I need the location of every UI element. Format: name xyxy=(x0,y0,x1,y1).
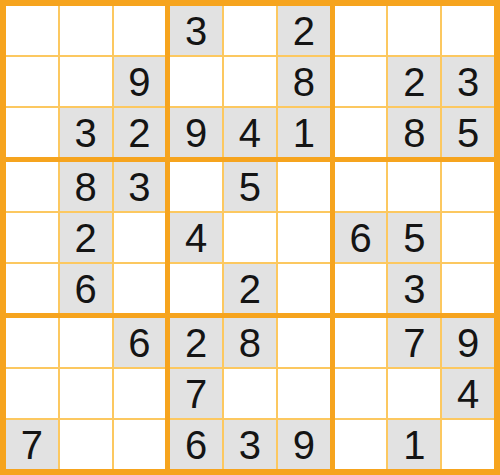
cell-r4c9-empty[interactable] xyxy=(442,162,494,211)
cell-r6c5-given[interactable]: 2 xyxy=(224,264,276,313)
cell-r6c8-given[interactable]: 3 xyxy=(388,264,440,313)
box-1: 932 xyxy=(6,6,165,157)
cell-r5c5-empty[interactable] xyxy=(224,213,276,262)
cell-r7c6-empty[interactable] xyxy=(278,318,330,367)
cell-r5c8-given[interactable]: 5 xyxy=(388,213,440,262)
cell-r7c7-empty[interactable] xyxy=(335,318,387,367)
cell-r1c5-empty[interactable] xyxy=(224,6,276,55)
cell-r8c6-empty[interactable] xyxy=(278,369,330,418)
cell-r4c2-given[interactable]: 8 xyxy=(60,162,112,211)
cell-r4c6-empty[interactable] xyxy=(278,162,330,211)
cell-r6c1-empty[interactable] xyxy=(6,264,58,313)
cell-r1c7-empty[interactable] xyxy=(335,6,387,55)
cell-r1c9-empty[interactable] xyxy=(442,6,494,55)
cell-r7c3-given[interactable]: 6 xyxy=(114,318,166,367)
cell-r9c4-given[interactable]: 6 xyxy=(170,420,222,469)
cell-r7c8-given[interactable]: 7 xyxy=(388,318,440,367)
cell-r2c4-empty[interactable] xyxy=(170,57,222,106)
cell-r5c7-given[interactable]: 6 xyxy=(335,213,387,262)
cell-r3c1-empty[interactable] xyxy=(6,108,58,157)
cell-r5c4-given[interactable]: 4 xyxy=(170,213,222,262)
cell-r7c4-given[interactable]: 2 xyxy=(170,318,222,367)
cell-r3c8-given[interactable]: 8 xyxy=(388,108,440,157)
box-9: 7941 xyxy=(335,318,494,469)
cell-r2c6-given[interactable]: 8 xyxy=(278,57,330,106)
cell-r7c9-given[interactable]: 9 xyxy=(442,318,494,367)
cell-r6c3-empty[interactable] xyxy=(114,264,166,313)
cell-r9c8-given[interactable]: 1 xyxy=(388,420,440,469)
cell-r9c1-given[interactable]: 7 xyxy=(6,420,58,469)
cell-r4c5-given[interactable]: 5 xyxy=(224,162,276,211)
cell-r7c5-given[interactable]: 8 xyxy=(224,318,276,367)
cell-r4c3-given[interactable]: 3 xyxy=(114,162,166,211)
cell-r3c4-given[interactable]: 9 xyxy=(170,108,222,157)
cell-r1c3-empty[interactable] xyxy=(114,6,166,55)
box-4: 8326 xyxy=(6,162,165,313)
cell-r4c7-empty[interactable] xyxy=(335,162,387,211)
cell-r8c3-empty[interactable] xyxy=(114,369,166,418)
cell-r4c1-empty[interactable] xyxy=(6,162,58,211)
cell-r6c4-empty[interactable] xyxy=(170,264,222,313)
cell-r5c6-empty[interactable] xyxy=(278,213,330,262)
cell-r1c2-empty[interactable] xyxy=(60,6,112,55)
cell-r3c5-given[interactable]: 4 xyxy=(224,108,276,157)
cell-r2c2-empty[interactable] xyxy=(60,57,112,106)
cell-r6c2-given[interactable]: 6 xyxy=(60,264,112,313)
cell-r9c9-empty[interactable] xyxy=(442,420,494,469)
cell-r2c8-given[interactable]: 2 xyxy=(388,57,440,106)
box-8: 287639 xyxy=(170,318,329,469)
cell-r8c1-empty[interactable] xyxy=(6,369,58,418)
cell-r3c6-given[interactable]: 1 xyxy=(278,108,330,157)
cell-r8c9-given[interactable]: 4 xyxy=(442,369,494,418)
cell-r8c7-empty[interactable] xyxy=(335,369,387,418)
cell-r2c5-empty[interactable] xyxy=(224,57,276,106)
cell-r7c1-empty[interactable] xyxy=(6,318,58,367)
cell-r9c5-given[interactable]: 3 xyxy=(224,420,276,469)
cell-r1c8-empty[interactable] xyxy=(388,6,440,55)
cell-r6c9-empty[interactable] xyxy=(442,264,494,313)
cell-r6c6-empty[interactable] xyxy=(278,264,330,313)
cell-r8c5-empty[interactable] xyxy=(224,369,276,418)
cell-r3c9-given[interactable]: 5 xyxy=(442,108,494,157)
cell-r3c3-given[interactable]: 2 xyxy=(114,108,166,157)
cell-r9c7-empty[interactable] xyxy=(335,420,387,469)
cell-r6c7-empty[interactable] xyxy=(335,264,387,313)
cell-r8c4-given[interactable]: 7 xyxy=(170,369,222,418)
box-7: 67 xyxy=(6,318,165,469)
cell-r3c7-empty[interactable] xyxy=(335,108,387,157)
cell-r3c2-given[interactable]: 3 xyxy=(60,108,112,157)
cell-r5c9-empty[interactable] xyxy=(442,213,494,262)
cell-r5c2-given[interactable]: 2 xyxy=(60,213,112,262)
cell-r1c1-empty[interactable] xyxy=(6,6,58,55)
cell-r7c2-empty[interactable] xyxy=(60,318,112,367)
cell-r2c3-given[interactable]: 9 xyxy=(114,57,166,106)
box-6: 653 xyxy=(335,162,494,313)
cell-r4c4-empty[interactable] xyxy=(170,162,222,211)
cell-r2c1-empty[interactable] xyxy=(6,57,58,106)
cell-r8c2-empty[interactable] xyxy=(60,369,112,418)
cell-r4c8-empty[interactable] xyxy=(388,162,440,211)
box-3: 2385 xyxy=(335,6,494,157)
cell-r2c7-empty[interactable] xyxy=(335,57,387,106)
cell-r5c1-empty[interactable] xyxy=(6,213,58,262)
box-2: 328941 xyxy=(170,6,329,157)
sudoku-board: 93232894123858326542653672876397941 xyxy=(0,0,500,475)
cell-r2c9-given[interactable]: 3 xyxy=(442,57,494,106)
cell-r9c6-given[interactable]: 9 xyxy=(278,420,330,469)
cell-r5c3-empty[interactable] xyxy=(114,213,166,262)
cell-r8c8-empty[interactable] xyxy=(388,369,440,418)
cell-r1c6-given[interactable]: 2 xyxy=(278,6,330,55)
cell-r9c2-empty[interactable] xyxy=(60,420,112,469)
box-5: 542 xyxy=(170,162,329,313)
cell-r1c4-given[interactable]: 3 xyxy=(170,6,222,55)
cell-r9c3-empty[interactable] xyxy=(114,420,166,469)
